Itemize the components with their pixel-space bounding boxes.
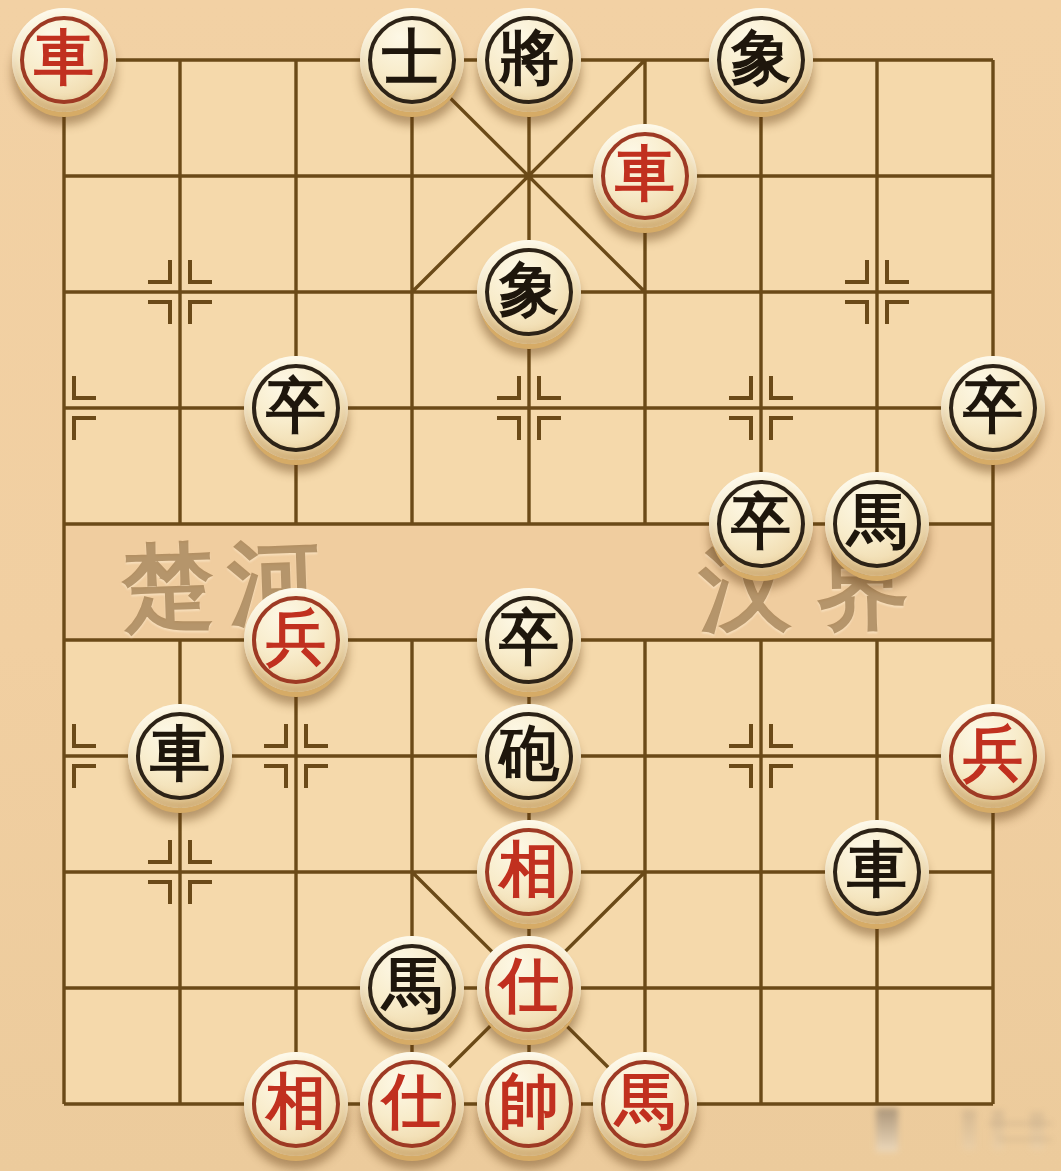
- piece-glyph: 馬: [382, 946, 442, 1027]
- piece-black-horse[interactable]: 馬: [360, 936, 464, 1040]
- piece-glyph: 卒: [266, 366, 326, 447]
- piece-glyph: 卒: [731, 482, 791, 563]
- piece-glyph: 車: [34, 18, 94, 99]
- piece-glyph: 相: [266, 1062, 326, 1143]
- piece-red-advisor[interactable]: 仕: [477, 936, 581, 1040]
- piece-black-cannon[interactable]: 砲: [477, 704, 581, 808]
- piece-glyph: 兵: [963, 714, 1023, 795]
- piece-red-soldier[interactable]: 兵: [941, 704, 1045, 808]
- piece-red-advisor[interactable]: 仕: [360, 1052, 464, 1156]
- piece-black-soldier[interactable]: 卒: [709, 472, 813, 576]
- piece-glyph: 車: [150, 714, 210, 795]
- piece-glyph: 仕: [499, 946, 559, 1027]
- piece-black-elephant[interactable]: 象: [709, 8, 813, 112]
- piece-glyph: 砲: [499, 714, 559, 795]
- piece-red-soldier[interactable]: 兵: [244, 588, 348, 692]
- piece-red-chariot[interactable]: 車: [593, 124, 697, 228]
- piece-glyph: 象: [499, 250, 559, 331]
- piece-glyph: 車: [847, 830, 907, 911]
- piece-glyph: 將: [499, 18, 559, 99]
- piece-glyph: 卒: [963, 366, 1023, 447]
- piece-black-chariot[interactable]: 車: [825, 820, 929, 924]
- piece-black-general[interactable]: 將: [477, 8, 581, 112]
- piece-glyph: 馬: [615, 1062, 675, 1143]
- piece-black-soldier[interactable]: 卒: [941, 356, 1045, 460]
- piece-black-soldier[interactable]: 卒: [244, 356, 348, 460]
- piece-glyph: 兵: [266, 598, 326, 679]
- piece-black-elephant[interactable]: 象: [477, 240, 581, 344]
- piece-glyph: 帥: [499, 1062, 559, 1143]
- xiangqi-app: 楚河 汉界 車士將象車象卒卒卒馬兵卒車砲兵相車馬仕相仕帥馬: [0, 0, 1061, 1171]
- piece-glyph: 馬: [847, 482, 907, 563]
- piece-red-chariot[interactable]: 車: [12, 8, 116, 112]
- piece-black-advisor[interactable]: 士: [360, 8, 464, 112]
- piece-glyph: 象: [731, 18, 791, 99]
- piece-glyph: 卒: [499, 598, 559, 679]
- piece-red-elephant[interactable]: 相: [244, 1052, 348, 1156]
- piece-black-chariot[interactable]: 車: [128, 704, 232, 808]
- piece-red-elephant[interactable]: 相: [477, 820, 581, 924]
- piece-black-horse[interactable]: 馬: [825, 472, 929, 576]
- piece-glyph: 仕: [382, 1062, 442, 1143]
- piece-glyph: 車: [615, 134, 675, 215]
- piece-red-horse[interactable]: 馬: [593, 1052, 697, 1156]
- piece-glyph: 士: [382, 18, 442, 99]
- piece-glyph: 相: [499, 830, 559, 911]
- piece-black-soldier[interactable]: 卒: [477, 588, 581, 692]
- piece-red-general[interactable]: 帥: [477, 1052, 581, 1156]
